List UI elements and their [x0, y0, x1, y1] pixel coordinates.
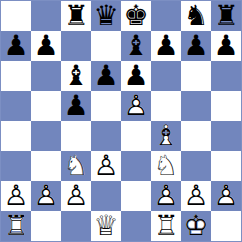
piece-solid: ♟ [93, 62, 118, 90]
square-a8[interactable] [1, 1, 31, 31]
piece-solid: ♟ [213, 32, 238, 60]
piece-solid: ♝ [63, 62, 88, 90]
piece-outline: ♙ [33, 182, 58, 210]
square-b4[interactable] [31, 121, 61, 151]
piece-solid: ♟ [153, 32, 178, 60]
square-c4[interactable] [61, 121, 91, 151]
square-c3[interactable]: ♞♘ [61, 151, 91, 181]
black-pawn-icon[interactable]: ♟ [153, 32, 178, 60]
piece-outline: ♘ [153, 152, 178, 180]
white-pawn-icon[interactable]: ♟♙ [3, 182, 28, 210]
square-c2[interactable]: ♟♙ [61, 181, 91, 211]
black-pawn-icon[interactable]: ♟ [183, 32, 208, 60]
piece-solid: ♝ [123, 32, 148, 60]
white-knight-icon[interactable]: ♞♘ [63, 152, 88, 180]
square-h3[interactable] [211, 151, 241, 181]
square-b1[interactable] [31, 211, 61, 241]
square-h5[interactable] [211, 91, 241, 121]
square-c6[interactable]: ♝ [61, 61, 91, 91]
square-h4[interactable] [211, 121, 241, 151]
piece-solid: ♟ [3, 32, 28, 60]
white-rook-icon[interactable]: ♜♖ [3, 212, 28, 240]
square-d3[interactable]: ♟♙ [91, 151, 121, 181]
piece-solid: ♟ [123, 62, 148, 90]
piece-solid: ♟ [183, 32, 208, 60]
square-a3[interactable] [1, 151, 31, 181]
chess-board: ♜♛♚♞♜♟♟♝♟♟♟♝♟♟♟♟♙♝♗♞♘♟♙♞♘♟♙♟♙♟♙♟♙♟♙♟♙♜♖♛… [0, 0, 242, 242]
black-knight-icon[interactable]: ♞ [183, 2, 208, 30]
piece-solid: ♜ [213, 2, 238, 30]
square-d7[interactable] [91, 31, 121, 61]
piece-outline: ♙ [3, 182, 28, 210]
square-b7[interactable]: ♟ [31, 31, 61, 61]
square-b6[interactable] [31, 61, 61, 91]
white-pawn-icon[interactable]: ♟♙ [153, 182, 178, 210]
square-g7[interactable]: ♟ [181, 31, 211, 61]
black-pawn-icon[interactable]: ♟ [123, 62, 148, 90]
square-e8[interactable]: ♚ [121, 1, 151, 31]
white-rook-icon[interactable]: ♜♖ [153, 212, 178, 240]
piece-outline: ♙ [93, 152, 118, 180]
square-f5[interactable] [151, 91, 181, 121]
piece-solid: ♟ [33, 32, 58, 60]
square-g3[interactable] [181, 151, 211, 181]
piece-solid: ♚ [123, 2, 148, 30]
square-b8[interactable] [31, 1, 61, 31]
square-c8[interactable]: ♜ [61, 1, 91, 31]
square-a7[interactable]: ♟ [1, 31, 31, 61]
square-d2[interactable] [91, 181, 121, 211]
square-d1[interactable]: ♛♕ [91, 211, 121, 241]
piece-outline: ♗ [153, 122, 178, 150]
white-pawn-icon[interactable]: ♟♙ [93, 152, 118, 180]
white-pawn-icon[interactable]: ♟♙ [183, 182, 208, 210]
piece-outline: ♔ [183, 212, 208, 240]
square-c1[interactable] [61, 211, 91, 241]
square-h7[interactable]: ♟ [211, 31, 241, 61]
white-pawn-icon[interactable]: ♟♙ [33, 182, 58, 210]
square-g5[interactable] [181, 91, 211, 121]
square-b3[interactable] [31, 151, 61, 181]
piece-outline: ♙ [183, 182, 208, 210]
white-pawn-icon[interactable]: ♟♙ [213, 182, 238, 210]
black-rook-icon[interactable]: ♜ [63, 2, 88, 30]
square-a4[interactable] [1, 121, 31, 151]
piece-outline: ♙ [63, 182, 88, 210]
square-c7[interactable] [61, 31, 91, 61]
black-pawn-icon[interactable]: ♟ [3, 32, 28, 60]
square-h6[interactable] [211, 61, 241, 91]
square-f4[interactable]: ♝♗ [151, 121, 181, 151]
black-rook-icon[interactable]: ♜ [213, 2, 238, 30]
white-queen-icon[interactable]: ♛♕ [93, 212, 118, 240]
white-king-icon[interactable]: ♚♔ [183, 212, 208, 240]
square-f8[interactable] [151, 1, 181, 31]
square-g8[interactable]: ♞ [181, 1, 211, 31]
square-d4[interactable] [91, 121, 121, 151]
square-g4[interactable] [181, 121, 211, 151]
black-bishop-icon[interactable]: ♝ [123, 32, 148, 60]
square-d6[interactable]: ♟ [91, 61, 121, 91]
piece-solid: ♛ [93, 2, 118, 30]
black-king-icon[interactable]: ♚ [123, 2, 148, 30]
square-a6[interactable] [1, 61, 31, 91]
square-f7[interactable]: ♟ [151, 31, 181, 61]
piece-outline: ♖ [153, 212, 178, 240]
square-f2[interactable]: ♟♙ [151, 181, 181, 211]
white-knight-icon[interactable]: ♞♘ [153, 152, 178, 180]
square-c5[interactable]: ♟ [61, 91, 91, 121]
square-a5[interactable] [1, 91, 31, 121]
black-queen-icon[interactable]: ♛ [93, 2, 118, 30]
square-h2[interactable]: ♟♙ [211, 181, 241, 211]
piece-outline: ♘ [63, 152, 88, 180]
square-b5[interactable] [31, 91, 61, 121]
piece-outline: ♙ [153, 182, 178, 210]
square-f1[interactable]: ♜♖ [151, 211, 181, 241]
square-e3[interactable] [121, 151, 151, 181]
square-g6[interactable] [181, 61, 211, 91]
square-f3[interactable]: ♞♘ [151, 151, 181, 181]
square-d8[interactable]: ♛ [91, 1, 121, 31]
white-pawn-icon[interactable]: ♟♙ [123, 92, 148, 120]
square-d5[interactable] [91, 91, 121, 121]
square-e7[interactable]: ♝ [121, 31, 151, 61]
square-a1[interactable]: ♜♖ [1, 211, 31, 241]
piece-solid: ♞ [183, 2, 208, 30]
piece-solid: ♟ [63, 92, 88, 120]
square-a2[interactable]: ♟♙ [1, 181, 31, 211]
black-pawn-icon[interactable]: ♟ [33, 32, 58, 60]
black-bishop-icon[interactable]: ♝ [63, 62, 88, 90]
piece-outline: ♙ [123, 92, 148, 120]
black-pawn-icon[interactable]: ♟ [63, 92, 88, 120]
square-e2[interactable] [121, 181, 151, 211]
black-pawn-icon[interactable]: ♟ [213, 32, 238, 60]
square-h8[interactable]: ♜ [211, 1, 241, 31]
square-f6[interactable] [151, 61, 181, 91]
square-g2[interactable]: ♟♙ [181, 181, 211, 211]
square-b2[interactable]: ♟♙ [31, 181, 61, 211]
square-h1[interactable] [211, 211, 241, 241]
square-e6[interactable]: ♟ [121, 61, 151, 91]
piece-outline: ♙ [213, 182, 238, 210]
square-e4[interactable] [121, 121, 151, 151]
white-bishop-icon[interactable]: ♝♗ [153, 122, 178, 150]
square-e5[interactable]: ♟♙ [121, 91, 151, 121]
piece-solid: ♜ [63, 2, 88, 30]
piece-outline: ♖ [3, 212, 28, 240]
piece-outline: ♕ [93, 212, 118, 240]
square-g1[interactable]: ♚♔ [181, 211, 211, 241]
black-pawn-icon[interactable]: ♟ [93, 62, 118, 90]
square-e1[interactable] [121, 211, 151, 241]
white-pawn-icon[interactable]: ♟♙ [63, 182, 88, 210]
